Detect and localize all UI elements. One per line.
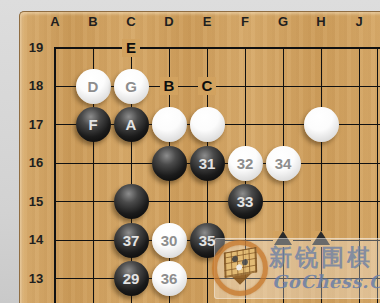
row-label: 13 xyxy=(21,271,51,287)
watermark-black-stone-icon xyxy=(232,255,238,262)
point-letter-label: C xyxy=(198,77,216,95)
stone-white-H17 xyxy=(304,107,339,142)
stone-white-D13: 36 xyxy=(152,261,187,296)
stone-label: 29 xyxy=(123,270,140,287)
stone-label: 36 xyxy=(161,270,178,287)
grid-line-h xyxy=(54,201,380,202)
stone-white-D14: 30 xyxy=(152,223,187,258)
stone-black-C15 xyxy=(114,184,149,219)
column-label: J xyxy=(349,14,369,30)
row-label: 17 xyxy=(21,117,51,133)
stone-label: F xyxy=(88,116,97,133)
row-label: 19 xyxy=(21,40,51,56)
column-label: E xyxy=(197,14,217,30)
stone-black-B17: F xyxy=(76,107,111,142)
stone-black-D16 xyxy=(152,146,187,181)
stone-label: D xyxy=(88,78,99,95)
row-label: 18 xyxy=(21,78,51,94)
column-label: F xyxy=(235,14,255,30)
grid-line-h xyxy=(54,47,380,49)
stone-white-C18: G xyxy=(114,69,149,104)
row-label: 14 xyxy=(21,232,51,248)
row-label: 16 xyxy=(21,155,51,171)
stone-black-F15: 33 xyxy=(228,184,263,219)
stone-black-C14: 37 xyxy=(114,223,149,258)
stone-label: 37 xyxy=(123,232,140,249)
column-label: B xyxy=(83,14,103,30)
stone-white-B18: D xyxy=(76,69,111,104)
column-label: G xyxy=(273,14,293,30)
watermark-black-stone-icon xyxy=(242,259,248,266)
point-letter-label: B xyxy=(160,77,178,95)
row-label: 15 xyxy=(21,194,51,210)
stone-black-C17: A xyxy=(114,107,149,142)
stone-label: 30 xyxy=(161,232,178,249)
stone-white-G16: 34 xyxy=(266,146,301,181)
point-letter-label: E xyxy=(122,39,140,57)
stone-label: 33 xyxy=(237,193,254,210)
watermark-cn-text: 新锐围棋 xyxy=(269,242,380,273)
stone-label: 34 xyxy=(275,155,292,172)
go-diagram: ABCDEFGHJ19181716151413EBCDGFA3132343337… xyxy=(0,0,380,303)
stone-black-E16: 31 xyxy=(190,146,225,181)
watermark-en-text: GoChess.Cn xyxy=(272,271,380,292)
stone-black-C13: 29 xyxy=(114,261,149,296)
stone-white-D17 xyxy=(152,107,187,142)
stone-white-F16: 32 xyxy=(228,146,263,181)
watermark-white-stone-icon xyxy=(236,264,242,271)
stone-white-E17 xyxy=(190,107,225,142)
column-label: A xyxy=(45,14,65,30)
column-label: C xyxy=(121,14,141,30)
stone-label: G xyxy=(125,78,137,95)
watermark-logo-icon xyxy=(211,239,269,297)
stone-label: 32 xyxy=(237,155,254,172)
column-label: D xyxy=(159,14,179,30)
stone-label: A xyxy=(126,116,137,133)
stone-label: 31 xyxy=(199,155,216,172)
column-label: H xyxy=(311,14,331,30)
